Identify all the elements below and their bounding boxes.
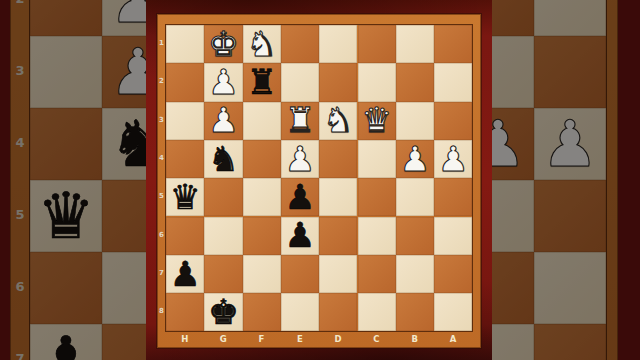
piece-black-pawn-e5[interactable]: ♟ xyxy=(281,178,319,216)
foreground-panel: ♚♞♟♜♟♜♞♛♞♟♟♟♛♟♟♟♚ 12345678 HGFEDCBA xyxy=(146,0,492,360)
file-labels: HGFEDCBA xyxy=(166,332,472,347)
square-f8[interactable] xyxy=(243,293,281,331)
file-label-b: B xyxy=(396,332,434,347)
rank-label-8: 8 xyxy=(157,307,166,315)
file-label-f: F xyxy=(243,332,281,347)
square-b2[interactable] xyxy=(396,63,434,101)
bg-square-a3 xyxy=(534,36,606,108)
bg-square-a5 xyxy=(534,180,606,252)
piece-black-king-g8[interactable]: ♚ xyxy=(204,293,242,331)
square-d7[interactable] xyxy=(319,255,357,293)
square-h8[interactable] xyxy=(166,293,204,331)
file-label-e: E xyxy=(281,332,319,347)
square-g5[interactable] xyxy=(204,178,242,216)
square-c7[interactable] xyxy=(358,255,396,293)
piece-white-pawn-g2[interactable]: ♟ xyxy=(204,63,242,101)
square-a8[interactable] xyxy=(434,293,472,331)
square-h1[interactable] xyxy=(166,25,204,63)
bg-piece-black-queen-h5: ♛ xyxy=(30,180,102,252)
piece-black-knight-g4[interactable]: ♞ xyxy=(204,140,242,178)
square-f4[interactable] xyxy=(243,140,281,178)
piece-white-knight-f1[interactable]: ♞ xyxy=(243,25,281,63)
square-h6[interactable] xyxy=(166,217,204,255)
bg-square-h4 xyxy=(30,108,102,180)
bg-square-a2 xyxy=(534,0,606,36)
square-d6[interactable] xyxy=(319,217,357,255)
video-frame: ♚♞♟♜♟♜♞♛♞♟♟♟♛♟♟♟♚ 12345678 HGFEDCBA ♚♞♟♜… xyxy=(0,0,640,360)
square-b1[interactable] xyxy=(396,25,434,63)
square-e2[interactable] xyxy=(281,63,319,101)
piece-white-knight-d3[interactable]: ♞ xyxy=(319,102,357,140)
square-b6[interactable] xyxy=(396,217,434,255)
file-label-c: C xyxy=(357,332,395,347)
square-b5[interactable] xyxy=(396,178,434,216)
piece-white-pawn-b4[interactable]: ♟ xyxy=(396,140,434,178)
piece-black-pawn-h7[interactable]: ♟ xyxy=(166,255,204,293)
square-c1[interactable] xyxy=(358,25,396,63)
square-h2[interactable] xyxy=(166,63,204,101)
piece-white-pawn-a4[interactable]: ♟ xyxy=(434,140,472,178)
square-d8[interactable] xyxy=(319,293,357,331)
rank-label-1: 1 xyxy=(157,39,166,47)
bg-square-h3 xyxy=(30,36,102,108)
square-b3[interactable] xyxy=(396,102,434,140)
bg-piece-black-pawn-h7: ♟ xyxy=(30,324,102,360)
chessboard-squares: ♚♞♟♜♟♜♞♛♞♟♟♟♛♟♟♟♚ xyxy=(166,25,472,331)
file-label-g: G xyxy=(204,332,242,347)
square-a3[interactable] xyxy=(434,102,472,140)
rank-label-2: 2 xyxy=(157,77,166,85)
bg-square-h6 xyxy=(30,252,102,324)
file-label-d: D xyxy=(319,332,357,347)
square-c8[interactable] xyxy=(358,293,396,331)
piece-white-pawn-e4[interactable]: ♟ xyxy=(281,140,319,178)
rank-label-3: 3 xyxy=(157,116,166,124)
square-d2[interactable] xyxy=(319,63,357,101)
square-c5[interactable] xyxy=(358,178,396,216)
square-d1[interactable] xyxy=(319,25,357,63)
bg-rank-label-4: 4 xyxy=(10,135,30,150)
square-d5[interactable] xyxy=(319,178,357,216)
bg-rank-label-5: 5 xyxy=(10,207,30,222)
square-g7[interactable] xyxy=(204,255,242,293)
square-c2[interactable] xyxy=(358,63,396,101)
square-g6[interactable] xyxy=(204,217,242,255)
square-b7[interactable] xyxy=(396,255,434,293)
bg-rank-label-3: 3 xyxy=(10,63,30,78)
square-b8[interactable] xyxy=(396,293,434,331)
file-label-h: H xyxy=(166,332,204,347)
square-e1[interactable] xyxy=(281,25,319,63)
square-h3[interactable] xyxy=(166,102,204,140)
chessboard: ♚♞♟♜♟♜♞♛♞♟♟♟♛♟♟♟♚ 12345678 HGFEDCBA xyxy=(157,14,481,348)
piece-white-queen-c3[interactable]: ♛ xyxy=(358,102,396,140)
square-a2[interactable] xyxy=(434,63,472,101)
rank-label-5: 5 xyxy=(157,192,166,200)
square-a5[interactable] xyxy=(434,178,472,216)
square-c4[interactable] xyxy=(358,140,396,178)
bg-square-a6 xyxy=(534,252,606,324)
bg-rank-label-6: 6 xyxy=(10,279,30,294)
piece-black-pawn-e6[interactable]: ♟ xyxy=(281,217,319,255)
square-f6[interactable] xyxy=(243,217,281,255)
bg-piece-white-pawn-a4: ♟ xyxy=(534,108,606,180)
square-h4[interactable] xyxy=(166,140,204,178)
file-label-a: A xyxy=(434,332,472,347)
rank-label-6: 6 xyxy=(157,231,166,239)
bg-square-h2 xyxy=(30,0,102,36)
rank-label-7: 7 xyxy=(157,269,166,277)
square-a7[interactable] xyxy=(434,255,472,293)
square-f3[interactable] xyxy=(243,102,281,140)
square-e7[interactable] xyxy=(281,255,319,293)
square-f5[interactable] xyxy=(243,178,281,216)
piece-black-queen-h5[interactable]: ♛ xyxy=(166,178,204,216)
square-a6[interactable] xyxy=(434,217,472,255)
square-c6[interactable] xyxy=(358,217,396,255)
bg-rank-label-2: 2 xyxy=(10,0,30,6)
piece-black-rook-f2[interactable]: ♜ xyxy=(243,63,281,101)
rank-label-4: 4 xyxy=(157,154,166,162)
piece-white-rook-e3[interactable]: ♜ xyxy=(281,102,319,140)
square-d4[interactable] xyxy=(319,140,357,178)
bg-square-a7 xyxy=(534,324,606,360)
bg-rank-label-7: 7 xyxy=(10,351,30,360)
square-f7[interactable] xyxy=(243,255,281,293)
piece-white-pawn-g3[interactable]: ♟ xyxy=(204,102,242,140)
square-e8[interactable] xyxy=(281,293,319,331)
square-a1[interactable] xyxy=(434,25,472,63)
piece-white-king-g1[interactable]: ♚ xyxy=(204,25,242,63)
